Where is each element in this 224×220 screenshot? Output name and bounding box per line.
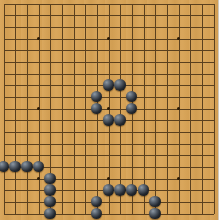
board-intersection[interactable]	[44, 196, 56, 208]
board-intersection[interactable]	[103, 114, 115, 126]
board-intersection[interactable]	[9, 161, 21, 173]
board-intersection[interactable]	[91, 196, 103, 208]
black-stone	[91, 196, 102, 207]
black-stone	[44, 173, 55, 184]
board-intersection[interactable]	[91, 103, 103, 115]
board-intersection[interactable]	[114, 79, 126, 91]
black-stone	[33, 161, 44, 172]
black-stone	[9, 161, 20, 172]
board-intersection[interactable]	[103, 79, 115, 91]
board-intersection[interactable]	[126, 184, 138, 196]
black-stone	[114, 184, 125, 195]
board-intersection[interactable]	[126, 103, 138, 115]
black-stone	[149, 196, 160, 207]
go-board[interactable]	[0, 0, 219, 220]
black-stone	[44, 208, 55, 219]
black-stone	[103, 184, 114, 195]
board-intersection[interactable]	[33, 161, 45, 173]
black-stone	[138, 184, 149, 195]
black-stone	[114, 79, 125, 90]
black-stone	[91, 91, 102, 102]
black-stone	[44, 196, 55, 207]
board-intersection[interactable]	[21, 161, 33, 173]
board-intersection[interactable]	[0, 161, 9, 173]
black-stone	[103, 114, 114, 125]
board-intersection[interactable]	[44, 184, 56, 196]
stones-layer	[0, 0, 219, 219]
black-stone	[21, 161, 32, 172]
black-stone	[114, 114, 125, 125]
board-intersection[interactable]	[149, 196, 161, 208]
black-stone	[126, 91, 137, 102]
board-intersection[interactable]	[44, 207, 56, 219]
board-intersection[interactable]	[126, 91, 138, 103]
board-intersection[interactable]	[91, 91, 103, 103]
black-stone	[126, 103, 137, 114]
black-stone	[149, 208, 160, 219]
board-intersection[interactable]	[138, 184, 150, 196]
black-stone	[126, 184, 137, 195]
board-intersection[interactable]	[114, 114, 126, 126]
go-app-window	[0, 0, 224, 220]
black-stone	[44, 184, 55, 195]
black-stone	[0, 161, 9, 172]
board-intersection[interactable]	[91, 207, 103, 219]
black-stone	[91, 208, 102, 219]
board-intersection[interactable]	[149, 207, 161, 219]
board-intersection[interactable]	[114, 184, 126, 196]
board-intersection[interactable]	[44, 173, 56, 185]
black-stone	[91, 103, 102, 114]
board-intersection[interactable]	[103, 184, 115, 196]
black-stone	[103, 79, 114, 90]
